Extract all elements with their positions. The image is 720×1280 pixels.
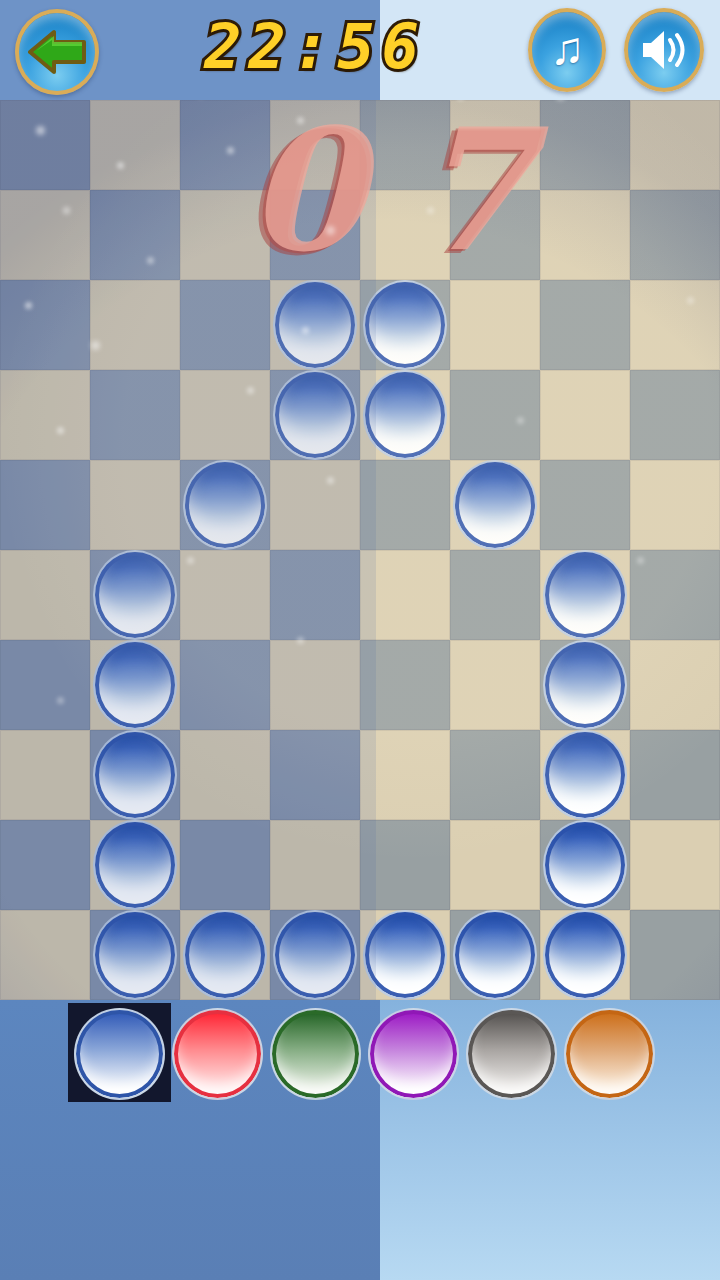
board-cell[interactable] bbox=[90, 550, 180, 640]
board-cell[interactable] bbox=[180, 100, 270, 190]
board-cell[interactable] bbox=[630, 550, 720, 640]
board-cell[interactable] bbox=[630, 460, 720, 550]
blue-ball[interactable] bbox=[93, 550, 177, 640]
board-cell[interactable] bbox=[630, 190, 720, 280]
blue-ball[interactable] bbox=[453, 910, 537, 1000]
board-cell[interactable] bbox=[0, 190, 90, 280]
board-cell[interactable] bbox=[630, 910, 720, 1000]
board-cell[interactable] bbox=[0, 100, 90, 190]
board-cell[interactable] bbox=[180, 280, 270, 370]
blue-ball[interactable] bbox=[273, 370, 357, 460]
board-cell[interactable] bbox=[0, 820, 90, 910]
board-cell[interactable] bbox=[450, 910, 540, 1000]
palette-ball-green[interactable] bbox=[270, 1008, 361, 1100]
blue-ball[interactable] bbox=[543, 820, 627, 910]
board-cell[interactable] bbox=[540, 550, 630, 640]
blue-ball[interactable] bbox=[363, 280, 447, 370]
board-cell[interactable] bbox=[90, 370, 180, 460]
color-palette bbox=[74, 1008, 655, 1100]
board-cell[interactable] bbox=[270, 460, 360, 550]
timer-display: 22:56 bbox=[190, 16, 440, 78]
board-cell[interactable] bbox=[450, 820, 540, 910]
blue-ball[interactable] bbox=[93, 640, 177, 730]
palette-ball-blue[interactable] bbox=[74, 1008, 165, 1100]
board-cell[interactable] bbox=[450, 730, 540, 820]
board-cell[interactable] bbox=[180, 370, 270, 460]
palette-ball-orange[interactable] bbox=[564, 1008, 655, 1100]
board-cell[interactable] bbox=[630, 820, 720, 910]
board-cell[interactable] bbox=[90, 730, 180, 820]
blue-ball[interactable] bbox=[363, 910, 447, 1000]
back-arrow-icon bbox=[28, 29, 86, 75]
palette-ball-purple[interactable] bbox=[368, 1008, 459, 1100]
board-cell[interactable] bbox=[540, 460, 630, 550]
palette-ball-gray[interactable] bbox=[466, 1008, 557, 1100]
board-cell[interactable] bbox=[360, 370, 450, 460]
board-cell[interactable] bbox=[540, 640, 630, 730]
board-cell[interactable] bbox=[630, 280, 720, 370]
board-cell[interactable] bbox=[180, 460, 270, 550]
board-cell[interactable] bbox=[270, 910, 360, 1000]
board-cell[interactable] bbox=[450, 190, 540, 280]
board-cell[interactable] bbox=[360, 280, 450, 370]
board-cell[interactable] bbox=[0, 370, 90, 460]
board-cell[interactable] bbox=[180, 550, 270, 640]
board-cell[interactable] bbox=[540, 820, 630, 910]
board-cell[interactable] bbox=[540, 370, 630, 460]
bottom-panel: 超级记忆 bbox=[0, 1000, 720, 1280]
board-cell[interactable] bbox=[270, 190, 360, 280]
blue-ball[interactable] bbox=[543, 730, 627, 820]
board-cell[interactable] bbox=[0, 640, 90, 730]
board-cell[interactable] bbox=[630, 640, 720, 730]
back-button[interactable] bbox=[15, 9, 99, 95]
music-note-icon: ♫ bbox=[550, 25, 585, 71]
board-cell[interactable] bbox=[90, 910, 180, 1000]
board-cell[interactable] bbox=[450, 550, 540, 640]
blue-ball[interactable] bbox=[543, 910, 627, 1000]
blue-ball[interactable] bbox=[543, 550, 627, 640]
board-cell[interactable] bbox=[270, 730, 360, 820]
board-cell[interactable] bbox=[630, 100, 720, 190]
board-cell[interactable] bbox=[270, 550, 360, 640]
board-cell[interactable] bbox=[360, 550, 450, 640]
blue-ball[interactable] bbox=[93, 820, 177, 910]
blue-ball[interactable] bbox=[273, 910, 357, 1000]
board-cell[interactable] bbox=[180, 730, 270, 820]
board-cell[interactable] bbox=[90, 820, 180, 910]
board-cell[interactable] bbox=[90, 100, 180, 190]
game-screen: 07 22:56 ♫ bbox=[0, 0, 720, 1280]
board-cell[interactable] bbox=[270, 280, 360, 370]
board-cell[interactable] bbox=[450, 280, 540, 370]
blue-ball[interactable] bbox=[93, 730, 177, 820]
board-cell[interactable] bbox=[360, 100, 450, 190]
board-cell[interactable] bbox=[180, 640, 270, 730]
board-cell[interactable] bbox=[270, 820, 360, 910]
blue-ball[interactable] bbox=[183, 910, 267, 1000]
board-cell[interactable] bbox=[0, 910, 90, 1000]
blue-ball[interactable] bbox=[453, 460, 537, 550]
board-cell[interactable] bbox=[540, 190, 630, 280]
board-cell[interactable] bbox=[270, 370, 360, 460]
sound-button[interactable] bbox=[624, 8, 704, 92]
memory-board bbox=[0, 100, 720, 1000]
top-bar: 22:56 ♫ bbox=[0, 0, 720, 100]
board-cell[interactable] bbox=[0, 280, 90, 370]
board-cell[interactable] bbox=[90, 460, 180, 550]
board-cell[interactable] bbox=[360, 910, 450, 1000]
board-cell[interactable] bbox=[180, 190, 270, 280]
board-cell[interactable] bbox=[360, 460, 450, 550]
blue-ball[interactable] bbox=[183, 460, 267, 550]
board-cell[interactable] bbox=[0, 730, 90, 820]
board-cell[interactable] bbox=[270, 640, 360, 730]
board-cell[interactable] bbox=[360, 640, 450, 730]
music-button[interactable]: ♫ bbox=[528, 8, 606, 92]
speaker-icon bbox=[640, 27, 688, 73]
board-cell[interactable] bbox=[450, 100, 540, 190]
board-cell[interactable] bbox=[450, 640, 540, 730]
board-cell[interactable] bbox=[540, 910, 630, 1000]
board-cell[interactable] bbox=[450, 370, 540, 460]
board-cell[interactable] bbox=[270, 100, 360, 190]
blue-ball[interactable] bbox=[363, 370, 447, 460]
board-cell[interactable] bbox=[0, 460, 90, 550]
blue-ball[interactable] bbox=[93, 910, 177, 1000]
board-cell[interactable] bbox=[540, 730, 630, 820]
board-cell[interactable] bbox=[450, 460, 540, 550]
blue-ball[interactable] bbox=[543, 640, 627, 730]
board-cell[interactable] bbox=[360, 190, 450, 280]
board-cell[interactable] bbox=[90, 640, 180, 730]
board-cell[interactable] bbox=[630, 370, 720, 460]
palette-ball-red[interactable] bbox=[172, 1008, 263, 1100]
board-cell[interactable] bbox=[360, 820, 450, 910]
board-cell[interactable] bbox=[90, 280, 180, 370]
board-cell[interactable] bbox=[630, 730, 720, 820]
board-cell[interactable] bbox=[360, 730, 450, 820]
board-cell[interactable] bbox=[540, 280, 630, 370]
board-cell[interactable] bbox=[180, 820, 270, 910]
board-cell[interactable] bbox=[180, 910, 270, 1000]
board-cell[interactable] bbox=[90, 190, 180, 280]
board-cell[interactable] bbox=[540, 100, 630, 190]
board-cell[interactable] bbox=[0, 550, 90, 640]
blue-ball[interactable] bbox=[273, 280, 357, 370]
